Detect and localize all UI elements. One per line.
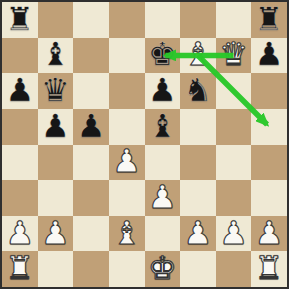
square-c1[interactable]: [73, 251, 109, 287]
square-e1[interactable]: ♚︎: [145, 251, 181, 287]
piece-white-rook[interactable]: ♜︎: [5, 252, 34, 284]
square-e5[interactable]: ♝︎: [145, 109, 181, 145]
square-d8[interactable]: [109, 2, 145, 38]
square-c3[interactable]: [73, 180, 109, 216]
piece-white-queen[interactable]: ♛︎: [219, 38, 248, 70]
square-a8[interactable]: ♜︎: [2, 2, 38, 38]
square-e6[interactable]: ♟︎: [145, 73, 181, 109]
piece-black-pawn[interactable]: ♟︎: [77, 110, 106, 142]
square-b5[interactable]: ♟︎: [38, 109, 74, 145]
square-g2[interactable]: ♟︎: [216, 216, 252, 252]
square-g1[interactable]: [216, 251, 252, 287]
square-d7[interactable]: [109, 38, 145, 74]
square-f2[interactable]: ♟︎: [180, 216, 216, 252]
piece-black-king[interactable]: ♚︎: [148, 38, 177, 70]
square-h2[interactable]: ♟︎: [251, 216, 287, 252]
square-b3[interactable]: [38, 180, 74, 216]
square-h7[interactable]: ♟︎: [251, 38, 287, 74]
piece-black-bishop[interactable]: ♝︎: [148, 110, 177, 142]
square-a6[interactable]: ♟︎: [2, 73, 38, 109]
square-c2[interactable]: [73, 216, 109, 252]
square-d1[interactable]: [109, 251, 145, 287]
square-a3[interactable]: [2, 180, 38, 216]
piece-black-pawn[interactable]: ♟︎: [255, 38, 284, 70]
square-h3[interactable]: [251, 180, 287, 216]
piece-white-pawn[interactable]: ♟︎: [184, 217, 213, 249]
square-b1[interactable]: [38, 251, 74, 287]
square-c7[interactable]: [73, 38, 109, 74]
square-e7[interactable]: ♚︎: [145, 38, 181, 74]
piece-white-pawn[interactable]: ♟︎: [112, 145, 141, 177]
square-g6[interactable]: [216, 73, 252, 109]
square-e8[interactable]: [145, 2, 181, 38]
square-g5[interactable]: [216, 109, 252, 145]
piece-white-rook[interactable]: ♜︎: [255, 252, 284, 284]
square-a2[interactable]: ♟︎: [2, 216, 38, 252]
piece-black-rook[interactable]: ♜︎: [5, 3, 34, 35]
square-b6[interactable]: ♛︎: [38, 73, 74, 109]
square-c4[interactable]: [73, 145, 109, 181]
square-e2[interactable]: [145, 216, 181, 252]
square-f3[interactable]: [180, 180, 216, 216]
square-f7[interactable]: ♝︎: [180, 38, 216, 74]
chess-board-stage: ♜︎♜︎♝︎♚︎♝︎♛︎♟︎♟︎♛︎♟︎♞︎♟︎♟︎♝︎♟︎♟︎♟︎♟︎♝︎♟︎…: [0, 0, 289, 289]
piece-white-pawn[interactable]: ♟︎: [41, 217, 70, 249]
square-h4[interactable]: [251, 145, 287, 181]
square-f6[interactable]: ♞︎: [180, 73, 216, 109]
piece-white-pawn[interactable]: ♟︎: [255, 217, 284, 249]
piece-black-bishop[interactable]: ♝︎: [41, 38, 70, 70]
square-f5[interactable]: [180, 109, 216, 145]
piece-black-knight[interactable]: ♞︎: [184, 74, 213, 106]
piece-white-pawn[interactable]: ♟︎: [148, 181, 177, 213]
square-e4[interactable]: [145, 145, 181, 181]
square-d6[interactable]: [109, 73, 145, 109]
piece-white-bishop[interactable]: ♝︎: [184, 38, 213, 70]
square-a5[interactable]: [2, 109, 38, 145]
piece-black-queen[interactable]: ♛︎: [41, 74, 70, 106]
square-a1[interactable]: ♜︎: [2, 251, 38, 287]
piece-black-pawn[interactable]: ♟︎: [148, 74, 177, 106]
square-g4[interactable]: [216, 145, 252, 181]
square-c8[interactable]: [73, 2, 109, 38]
square-b4[interactable]: [38, 145, 74, 181]
piece-white-king[interactable]: ♚︎: [148, 252, 177, 284]
square-h5[interactable]: [251, 109, 287, 145]
square-e3[interactable]: ♟︎: [145, 180, 181, 216]
square-h1[interactable]: ♜︎: [251, 251, 287, 287]
piece-white-pawn[interactable]: ♟︎: [219, 217, 248, 249]
square-b2[interactable]: ♟︎: [38, 216, 74, 252]
piece-black-pawn[interactable]: ♟︎: [41, 110, 70, 142]
piece-black-rook[interactable]: ♜︎: [255, 3, 284, 35]
piece-white-bishop[interactable]: ♝︎: [112, 217, 141, 249]
chess-board: ♜︎♜︎♝︎♚︎♝︎♛︎♟︎♟︎♛︎♟︎♞︎♟︎♟︎♝︎♟︎♟︎♟︎♟︎♝︎♟︎…: [0, 0, 289, 289]
square-h6[interactable]: [251, 73, 287, 109]
square-h8[interactable]: ♜︎: [251, 2, 287, 38]
square-a4[interactable]: [2, 145, 38, 181]
square-b7[interactable]: ♝︎: [38, 38, 74, 74]
square-d4[interactable]: ♟︎: [109, 145, 145, 181]
square-c6[interactable]: [73, 73, 109, 109]
square-g3[interactable]: [216, 180, 252, 216]
square-f1[interactable]: [180, 251, 216, 287]
square-f8[interactable]: [180, 2, 216, 38]
square-f4[interactable]: [180, 145, 216, 181]
square-d2[interactable]: ♝︎: [109, 216, 145, 252]
square-d5[interactable]: [109, 109, 145, 145]
square-g8[interactable]: [216, 2, 252, 38]
square-d3[interactable]: [109, 180, 145, 216]
piece-white-pawn[interactable]: ♟︎: [5, 217, 34, 249]
square-b8[interactable]: [38, 2, 74, 38]
square-g7[interactable]: ♛︎: [216, 38, 252, 74]
piece-black-pawn[interactable]: ♟︎: [5, 74, 34, 106]
square-a7[interactable]: [2, 38, 38, 74]
square-c5[interactable]: ♟︎: [73, 109, 109, 145]
